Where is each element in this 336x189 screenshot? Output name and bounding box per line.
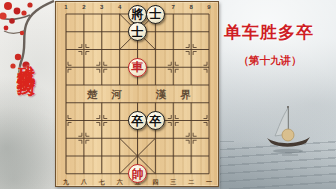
file-label-top-3: 3	[100, 4, 103, 10]
file-label-bottom-2: 八	[81, 179, 87, 185]
piece-black-卒-f5r7[interactable]: 卒	[128, 111, 147, 130]
piece-black-士-f6r1[interactable]: 士	[146, 5, 165, 24]
lesson-number: （第十九讲）	[224, 54, 316, 68]
file-label-bottom-6: 四	[152, 179, 158, 185]
file-label-top-7: 7	[172, 4, 175, 10]
file-label-top-9: 9	[207, 4, 210, 10]
file-label-bottom-4: 六	[117, 179, 123, 185]
river-label-han-jie: 漢 界	[156, 88, 196, 102]
piece-red-帥-f5r10[interactable]: 帥	[128, 164, 147, 183]
piece-black-卒-f6r7[interactable]: 卒	[146, 111, 165, 130]
file-label-bottom-3: 七	[99, 179, 105, 185]
file-label-top-4: 4	[118, 4, 121, 10]
file-label-top-8: 8	[189, 4, 192, 10]
file-label-bottom-9: 一	[206, 179, 212, 185]
lesson-title: 单车胜多卒	[214, 21, 324, 44]
boat-illustration	[258, 98, 318, 160]
lesson-screenshot: 残棋必学技巧 单车胜多卒 （第十九讲） 楚 河 漢 界 123456789九八七…	[0, 0, 336, 189]
file-label-top-1: 1	[64, 4, 67, 10]
xiangqi-board[interactable]: 楚 河 漢 界 123456789九八七六五四三二一將士士車卒卒帥	[55, 1, 219, 187]
piece-black-將-f5r1[interactable]: 將	[128, 5, 147, 24]
file-label-top-2: 2	[82, 4, 85, 10]
piece-red-車-f5r4[interactable]: 車	[128, 58, 147, 77]
vertical-motto: 残棋必学技巧	[14, 50, 38, 184]
river-label-chu-he: 楚 河	[87, 88, 127, 102]
file-label-bottom-7: 三	[170, 179, 176, 185]
file-label-bottom-8: 二	[188, 179, 194, 185]
file-label-bottom-1: 九	[63, 179, 69, 185]
